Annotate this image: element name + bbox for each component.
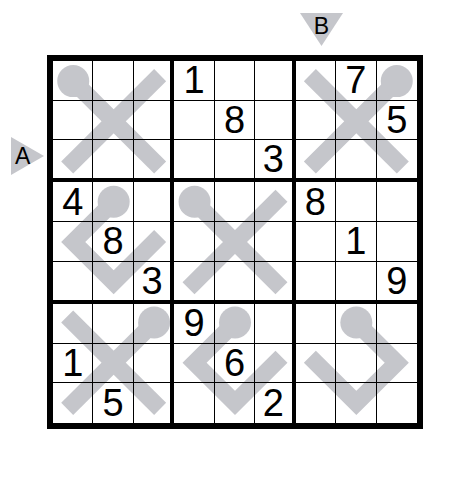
cell-r7c8[interactable] (336, 304, 376, 344)
cell-r5c4[interactable] (174, 222, 214, 262)
puzzle-canvas: B A 1785348813991652 (0, 0, 474, 482)
cell-r4c1[interactable]: 4 (53, 182, 93, 222)
cell-r4c9[interactable] (377, 182, 417, 222)
cell-r2c2[interactable] (93, 101, 133, 141)
cell-r8c1[interactable]: 1 (53, 344, 93, 384)
cell-r8c6[interactable] (255, 344, 295, 384)
sudoku-grid: 1785348813991652 (53, 61, 417, 423)
cell-r2c5[interactable]: 8 (215, 101, 255, 141)
cell-r2c8[interactable] (336, 101, 376, 141)
cell-r6c2[interactable] (93, 262, 133, 304)
cell-r2c9[interactable]: 5 (377, 101, 417, 141)
cell-r9c9[interactable] (377, 383, 417, 423)
cell-r4c2[interactable] (93, 182, 133, 222)
cell-r3c1[interactable] (53, 140, 93, 182)
cell-r8c2[interactable] (93, 344, 133, 384)
cell-r1c4[interactable]: 1 (174, 61, 214, 101)
cell-r4c7[interactable]: 8 (296, 182, 336, 222)
cell-r3c5[interactable] (215, 140, 255, 182)
cell-r3c6[interactable]: 3 (255, 140, 295, 182)
cell-r2c4[interactable] (174, 101, 214, 141)
sudoku-board: 1785348813991652 (47, 55, 423, 429)
cell-r6c3[interactable]: 3 (134, 262, 174, 304)
cell-r5c8[interactable]: 1 (336, 222, 376, 262)
cell-r3c8[interactable] (336, 140, 376, 182)
cell-r7c1[interactable] (53, 304, 93, 344)
cell-r9c3[interactable] (134, 383, 174, 423)
cell-r7c3[interactable] (134, 304, 174, 344)
cell-r5c5[interactable] (215, 222, 255, 262)
cell-r3c2[interactable] (93, 140, 133, 182)
cell-r4c6[interactable] (255, 182, 295, 222)
cell-r6c5[interactable] (215, 262, 255, 304)
cell-r8c3[interactable] (134, 344, 174, 384)
arrow-b-label: B (314, 15, 329, 38)
cell-r9c1[interactable] (53, 383, 93, 423)
cell-r9c2[interactable]: 5 (93, 383, 133, 423)
cell-r6c4[interactable] (174, 262, 214, 304)
cell-r4c5[interactable] (215, 182, 255, 222)
cell-r1c7[interactable] (296, 61, 336, 101)
cell-r1c9[interactable] (377, 61, 417, 101)
cell-r4c8[interactable] (336, 182, 376, 222)
cell-r6c7[interactable] (296, 262, 336, 304)
cell-r9c4[interactable] (174, 383, 214, 423)
cell-r4c3[interactable] (134, 182, 174, 222)
cell-r8c8[interactable] (336, 344, 376, 384)
cell-r5c3[interactable] (134, 222, 174, 262)
cell-r5c9[interactable] (377, 222, 417, 262)
cell-r7c5[interactable] (215, 304, 255, 344)
cell-r5c6[interactable] (255, 222, 295, 262)
cell-r3c7[interactable] (296, 140, 336, 182)
cell-r1c8[interactable]: 7 (336, 61, 376, 101)
cell-r9c5[interactable] (215, 383, 255, 423)
cell-r8c7[interactable] (296, 344, 336, 384)
cell-r3c3[interactable] (134, 140, 174, 182)
cell-r7c9[interactable] (377, 304, 417, 344)
arrow-a-label: A (15, 145, 30, 168)
cell-r6c9[interactable]: 9 (377, 262, 417, 304)
cell-r5c1[interactable] (53, 222, 93, 262)
answer-arrow-a: A (11, 137, 44, 175)
cell-r9c6[interactable]: 2 (255, 383, 295, 423)
cell-r2c3[interactable] (134, 101, 174, 141)
cell-r4c4[interactable] (174, 182, 214, 222)
cell-r1c1[interactable] (53, 61, 93, 101)
cell-r8c4[interactable] (174, 344, 214, 384)
cell-r6c1[interactable] (53, 262, 93, 304)
cell-r6c6[interactable] (255, 262, 295, 304)
cell-r3c9[interactable] (377, 140, 417, 182)
cell-r1c2[interactable] (93, 61, 133, 101)
cell-r7c6[interactable] (255, 304, 295, 344)
cell-r3c4[interactable] (174, 140, 214, 182)
cell-r7c4[interactable]: 9 (174, 304, 214, 344)
cell-r2c7[interactable] (296, 101, 336, 141)
cell-r9c8[interactable] (336, 383, 376, 423)
cell-r7c7[interactable] (296, 304, 336, 344)
answer-arrow-b: B (300, 13, 343, 46)
cell-r1c6[interactable] (255, 61, 295, 101)
cell-r9c7[interactable] (296, 383, 336, 423)
cell-r2c6[interactable] (255, 101, 295, 141)
cell-r8c5[interactable]: 6 (215, 344, 255, 384)
cell-r2c1[interactable] (53, 101, 93, 141)
cell-r1c3[interactable] (134, 61, 174, 101)
cell-r8c9[interactable] (377, 344, 417, 384)
cell-r6c8[interactable] (336, 262, 376, 304)
cell-r7c2[interactable] (93, 304, 133, 344)
cell-r1c5[interactable] (215, 61, 255, 101)
cell-r5c2[interactable]: 8 (93, 222, 133, 262)
cell-r5c7[interactable] (296, 222, 336, 262)
